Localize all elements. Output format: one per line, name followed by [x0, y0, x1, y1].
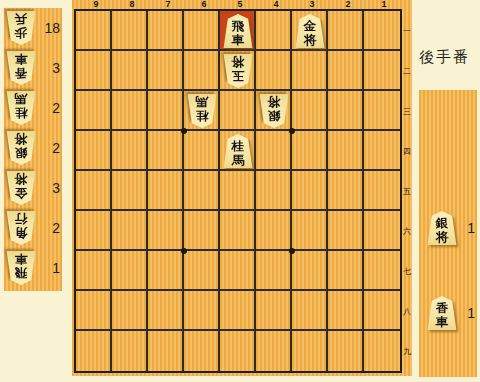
- piece-kanji: 飛: [15, 265, 28, 278]
- square-8-5[interactable]: [112, 171, 148, 211]
- piece-kanji: 車: [15, 52, 28, 65]
- square-3-4[interactable]: [292, 131, 328, 171]
- rank-labels: 一二三四五六七八九: [402, 11, 412, 371]
- square-1-3[interactable]: [364, 91, 400, 131]
- hoshi-dot: [181, 248, 187, 254]
- file-label-3: 3: [294, 0, 330, 9]
- square-7-3[interactable]: [148, 91, 184, 131]
- hand-piece-lance[interactable]: 香車: [427, 296, 457, 330]
- square-2-4[interactable]: [328, 131, 364, 171]
- square-6-7[interactable]: [184, 251, 220, 291]
- piece-kanji: 歩: [15, 25, 28, 38]
- sente-hand-stand: 銀将1香車1: [419, 90, 477, 377]
- square-7-2[interactable]: [148, 51, 184, 91]
- square-6-9[interactable]: [184, 331, 220, 371]
- piece-kanji: 行: [15, 212, 28, 225]
- hand-piece-lance[interactable]: 香車: [6, 51, 36, 85]
- hand-piece-bishop[interactable]: 角行: [6, 211, 36, 245]
- hand-piece-pawn[interactable]: 歩兵: [6, 11, 36, 45]
- hand-count-gold: 3: [52, 180, 60, 196]
- square-3-2[interactable]: [292, 51, 328, 91]
- square-4-8[interactable]: [256, 291, 292, 331]
- hand-count-silver: 1: [467, 220, 475, 236]
- hand-piece-silver[interactable]: 銀将: [427, 211, 457, 245]
- square-8-8[interactable]: [112, 291, 148, 331]
- hand-row-silver: 銀将1: [419, 208, 477, 248]
- file-label-8: 8: [114, 0, 150, 9]
- piece-kanji: 桂: [196, 108, 209, 121]
- square-5-6[interactable]: [220, 211, 256, 251]
- hand-piece-gold[interactable]: 金将: [6, 171, 36, 205]
- square-9-8[interactable]: [76, 291, 112, 331]
- hand-row-rook: 飛車1: [4, 248, 62, 288]
- hand-count-bishop: 2: [52, 220, 60, 236]
- square-8-1[interactable]: [112, 11, 148, 51]
- file-label-6: 6: [186, 0, 222, 9]
- rank-label-9: 九: [402, 331, 412, 371]
- piece-kanji: 馬: [232, 154, 245, 167]
- square-4-9[interactable]: [256, 331, 292, 371]
- square-7-4[interactable]: [148, 131, 184, 171]
- hoshi-dot: [289, 128, 295, 134]
- file-labels: 987654321: [78, 0, 402, 9]
- square-1-5[interactable]: [364, 171, 400, 211]
- square-7-6[interactable]: [148, 211, 184, 251]
- piece-kanji: 馬: [15, 92, 28, 105]
- hand-row-bishop: 角行2: [4, 208, 62, 248]
- piece-kanji: 将: [268, 95, 281, 108]
- turn-indicator: 後手番: [419, 48, 477, 67]
- hand-piece-rook[interactable]: 飛車: [6, 251, 36, 285]
- piece-kanji: 銀: [15, 145, 28, 158]
- hand-row-gold: 金将3: [4, 168, 62, 208]
- square-7-9[interactable]: [148, 331, 184, 371]
- piece-kanji: 車: [436, 316, 449, 329]
- square-9-5[interactable]: [76, 171, 112, 211]
- board-piece-sente-knight-54[interactable]: 桂馬: [223, 134, 253, 168]
- square-5-8[interactable]: [220, 291, 256, 331]
- shogi-board-panel: 987654321 飛車金将玉将桂馬銀将桂馬 一二三四五六七八九: [72, 0, 412, 376]
- square-6-6[interactable]: [184, 211, 220, 251]
- square-2-6[interactable]: [328, 211, 364, 251]
- square-8-7[interactable]: [112, 251, 148, 291]
- square-2-7[interactable]: [328, 251, 364, 291]
- hand-count-lance: 1: [467, 305, 475, 321]
- rank-label-5: 五: [402, 171, 412, 211]
- piece-kanji: 銀: [436, 217, 449, 230]
- rank-label-4: 四: [402, 131, 412, 171]
- piece-kanji: 桂: [15, 105, 28, 118]
- rank-label-6: 六: [402, 211, 412, 251]
- hoshi-dot: [181, 128, 187, 134]
- piece-kanji: 香: [436, 302, 449, 315]
- square-6-2[interactable]: [184, 51, 220, 91]
- square-8-6[interactable]: [112, 211, 148, 251]
- hand-row-knight: 桂馬2: [4, 88, 62, 128]
- piece-face: 角行: [6, 211, 36, 245]
- square-7-5[interactable]: [148, 171, 184, 211]
- piece-face: 香車: [6, 51, 36, 85]
- square-5-7[interactable]: [220, 251, 256, 291]
- piece-face: 銀将: [427, 211, 457, 245]
- square-2-9[interactable]: [328, 331, 364, 371]
- gote-hand-stand: 歩兵18香車3桂馬2銀将2金将3角行2飛車1: [4, 8, 62, 291]
- hoshi-dot: [289, 248, 295, 254]
- square-3-5[interactable]: [292, 171, 328, 211]
- square-5-3[interactable]: [220, 91, 256, 131]
- square-1-8[interactable]: [364, 291, 400, 331]
- square-2-3[interactable]: [328, 91, 364, 131]
- square-9-7[interactable]: [76, 251, 112, 291]
- square-1-7[interactable]: [364, 251, 400, 291]
- piece-face: 飛車: [223, 14, 253, 48]
- square-8-4[interactable]: [112, 131, 148, 171]
- file-label-4: 4: [258, 0, 294, 9]
- piece-kanji: 銀: [268, 108, 281, 121]
- square-9-4[interactable]: [76, 131, 112, 171]
- square-4-2[interactable]: [256, 51, 292, 91]
- square-1-9[interactable]: [364, 331, 400, 371]
- square-5-5[interactable]: [220, 171, 256, 211]
- piece-face: 桂馬: [187, 94, 217, 128]
- square-8-3[interactable]: [112, 91, 148, 131]
- hand-row-pawn: 歩兵18: [4, 8, 62, 48]
- hand-count-silver: 2: [52, 140, 60, 156]
- square-3-7[interactable]: [292, 251, 328, 291]
- hand-row-silver: 銀将2: [4, 128, 62, 168]
- hand-row-lance: 香車3: [4, 48, 62, 88]
- piece-kanji: 将: [15, 132, 28, 145]
- square-9-2[interactable]: [76, 51, 112, 91]
- file-label-1: 1: [366, 0, 402, 9]
- square-2-1[interactable]: [328, 11, 364, 51]
- piece-face: 歩兵: [6, 11, 36, 45]
- square-9-3[interactable]: [76, 91, 112, 131]
- square-2-5[interactable]: [328, 171, 364, 211]
- square-6-8[interactable]: [184, 291, 220, 331]
- square-6-1[interactable]: [184, 11, 220, 51]
- square-3-6[interactable]: [292, 211, 328, 251]
- piece-face: 桂馬: [6, 91, 36, 125]
- square-9-1[interactable]: [76, 11, 112, 51]
- piece-kanji: 兵: [15, 12, 28, 25]
- square-1-4[interactable]: [364, 131, 400, 171]
- piece-kanji: 将: [436, 231, 449, 244]
- square-4-6[interactable]: [256, 211, 292, 251]
- piece-face: 桂馬: [223, 134, 253, 168]
- rank-label-1: 一: [402, 11, 412, 51]
- hand-count-knight: 2: [52, 100, 60, 116]
- hand-count-lance: 3: [52, 60, 60, 76]
- piece-kanji: 将: [15, 172, 28, 185]
- file-label-9: 9: [78, 0, 114, 9]
- piece-face: 銀将: [259, 94, 289, 128]
- file-label-5: 5: [222, 0, 258, 9]
- piece-kanji: 玉: [232, 68, 245, 81]
- square-3-3[interactable]: [292, 91, 328, 131]
- square-8-9[interactable]: [112, 331, 148, 371]
- piece-kanji: 桂: [232, 140, 245, 153]
- piece-kanji: 金: [15, 185, 28, 198]
- hand-piece-silver[interactable]: 銀将: [6, 131, 36, 165]
- piece-kanji: 角: [15, 225, 28, 238]
- shogi-app: { "game": "shogi", "diagram_type": "tsum…: [0, 0, 480, 382]
- rank-label-3: 三: [402, 91, 412, 131]
- file-label-2: 2: [330, 0, 366, 9]
- square-4-4[interactable]: [256, 131, 292, 171]
- piece-kanji: 香: [15, 65, 28, 78]
- piece-face: 金将: [6, 171, 36, 205]
- piece-face: 金将: [295, 14, 325, 48]
- square-8-2[interactable]: [112, 51, 148, 91]
- square-7-7[interactable]: [148, 251, 184, 291]
- piece-kanji: 金: [304, 20, 317, 33]
- square-4-5[interactable]: [256, 171, 292, 211]
- hand-count-rook: 1: [52, 260, 60, 276]
- hand-count-pawn: 18: [44, 20, 60, 36]
- square-2-2[interactable]: [328, 51, 364, 91]
- board-piece-sente-gold-31[interactable]: 金将: [295, 14, 325, 48]
- board-piece-gote-silver-43[interactable]: 銀将: [259, 94, 289, 128]
- piece-face: 銀将: [6, 131, 36, 165]
- square-3-8[interactable]: [292, 291, 328, 331]
- square-9-6[interactable]: [76, 211, 112, 251]
- square-1-1[interactable]: [364, 11, 400, 51]
- board-piece-gote-knight-63[interactable]: 桂馬: [187, 94, 217, 128]
- square-2-8[interactable]: [328, 291, 364, 331]
- square-4-1[interactable]: [256, 11, 292, 51]
- shogi-board: 飛車金将玉将桂馬銀将桂馬: [74, 9, 402, 373]
- rank-label-2: 二: [402, 51, 412, 91]
- rank-label-7: 七: [402, 251, 412, 291]
- piece-kanji: 馬: [196, 95, 209, 108]
- hand-piece-knight[interactable]: 桂馬: [6, 91, 36, 125]
- piece-face: 玉将: [223, 54, 253, 88]
- piece-face: 香車: [427, 296, 457, 330]
- square-7-8[interactable]: [148, 291, 184, 331]
- square-6-5[interactable]: [184, 171, 220, 211]
- file-label-7: 7: [150, 0, 186, 9]
- square-4-7[interactable]: [256, 251, 292, 291]
- hand-row-lance: 香車1: [419, 293, 477, 333]
- square-1-2[interactable]: [364, 51, 400, 91]
- piece-kanji: 将: [232, 55, 245, 68]
- square-1-6[interactable]: [364, 211, 400, 251]
- square-6-4[interactable]: [184, 131, 220, 171]
- piece-kanji: 飛: [232, 20, 245, 33]
- piece-face: 飛車: [6, 251, 36, 285]
- square-5-9[interactable]: [220, 331, 256, 371]
- square-9-9[interactable]: [76, 331, 112, 371]
- square-7-1[interactable]: [148, 11, 184, 51]
- piece-kanji: 将: [304, 34, 317, 47]
- square-3-9[interactable]: [292, 331, 328, 371]
- board-piece-sente-rook-51[interactable]: 飛車: [223, 14, 253, 48]
- rank-label-8: 八: [402, 291, 412, 331]
- piece-kanji: 車: [232, 34, 245, 47]
- piece-kanji: 車: [15, 252, 28, 265]
- board-piece-gote-king-52[interactable]: 玉将: [223, 54, 253, 88]
